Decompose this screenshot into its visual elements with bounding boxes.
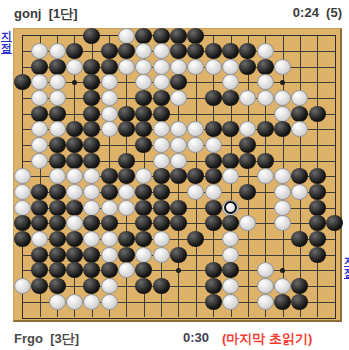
stone-white[interactable] bbox=[135, 59, 152, 75]
top-byoyomi-periods: (5) bbox=[326, 5, 342, 20]
stone-black[interactable] bbox=[291, 294, 308, 310]
stone-black[interactable] bbox=[170, 43, 187, 59]
stone-white[interactable] bbox=[257, 294, 274, 310]
stone-black[interactable] bbox=[205, 168, 222, 184]
stone-black[interactable] bbox=[31, 200, 48, 216]
stone-white[interactable] bbox=[257, 168, 274, 184]
stone-black[interactable] bbox=[49, 137, 66, 153]
stone-white[interactable] bbox=[257, 90, 274, 106]
stone-black[interactable] bbox=[83, 153, 100, 169]
stone-white[interactable] bbox=[153, 137, 170, 153]
stone-white[interactable] bbox=[274, 200, 291, 216]
stone-black[interactable] bbox=[309, 184, 326, 200]
stone-black[interactable] bbox=[31, 106, 48, 122]
stone-white[interactable] bbox=[101, 90, 118, 106]
stone-black[interactable] bbox=[118, 231, 135, 247]
stone-black[interactable] bbox=[49, 184, 66, 200]
stone-black[interactable] bbox=[49, 262, 66, 278]
top-player-name-rank: gonj [1단] bbox=[14, 5, 78, 23]
stone-white[interactable] bbox=[31, 153, 48, 169]
stone-white[interactable] bbox=[101, 74, 118, 90]
stone-black[interactable] bbox=[101, 168, 118, 184]
stone-black[interactable] bbox=[101, 262, 118, 278]
stone-white[interactable] bbox=[49, 74, 66, 90]
stone-black[interactable] bbox=[205, 278, 222, 294]
stone-black[interactable] bbox=[49, 153, 66, 169]
bottom-player-bar: Frgo [3단] 0:30 (마지막 초읽기) bbox=[0, 322, 349, 350]
stone-black[interactable] bbox=[118, 153, 135, 169]
stone-black[interactable] bbox=[49, 231, 66, 247]
byoyomi-warning: (마지막 초읽기) bbox=[222, 330, 312, 348]
stone-white[interactable] bbox=[205, 184, 222, 200]
stone-black[interactable] bbox=[153, 200, 170, 216]
stone-black[interactable] bbox=[49, 106, 66, 122]
stone-black[interactable] bbox=[66, 137, 83, 153]
stone-black[interactable] bbox=[205, 200, 222, 216]
stone-white[interactable] bbox=[14, 184, 31, 200]
stone-white[interactable] bbox=[49, 121, 66, 137]
stone-black[interactable] bbox=[83, 278, 100, 294]
stone-white[interactable] bbox=[257, 262, 274, 278]
stone-black[interactable] bbox=[83, 247, 100, 263]
stone-white[interactable] bbox=[222, 294, 239, 310]
stone-black[interactable] bbox=[153, 28, 170, 44]
stone-black[interactable] bbox=[309, 247, 326, 263]
stone-black[interactable] bbox=[153, 90, 170, 106]
stone-black[interactable] bbox=[118, 247, 135, 263]
stone-black[interactable] bbox=[257, 121, 274, 137]
stone-white[interactable] bbox=[222, 231, 239, 247]
stone-black[interactable] bbox=[66, 153, 83, 169]
stone-white[interactable] bbox=[222, 59, 239, 75]
stone-black[interactable] bbox=[66, 247, 83, 263]
stone-white[interactable] bbox=[83, 231, 100, 247]
stone-black[interactable] bbox=[135, 106, 152, 122]
stone-white[interactable] bbox=[118, 184, 135, 200]
stone-white[interactable] bbox=[205, 59, 222, 75]
star-point bbox=[280, 80, 285, 85]
stone-black[interactable] bbox=[49, 247, 66, 263]
stone-white[interactable] bbox=[101, 106, 118, 122]
stone-black[interactable] bbox=[153, 168, 170, 184]
stone-white[interactable] bbox=[118, 28, 135, 44]
stone-black[interactable] bbox=[83, 59, 100, 75]
stone-black[interactable] bbox=[49, 200, 66, 216]
stone-black[interactable] bbox=[14, 231, 31, 247]
stone-white[interactable] bbox=[66, 294, 83, 310]
stone-black[interactable] bbox=[205, 215, 222, 231]
stone-black[interactable] bbox=[239, 153, 256, 169]
stone-white[interactable] bbox=[257, 278, 274, 294]
stone-black[interactable] bbox=[309, 215, 326, 231]
stone-black[interactable] bbox=[205, 153, 222, 169]
stone-black[interactable] bbox=[153, 184, 170, 200]
stone-white[interactable] bbox=[274, 184, 291, 200]
stone-white[interactable] bbox=[14, 278, 31, 294]
stone-black[interactable] bbox=[118, 106, 135, 122]
stone-black[interactable] bbox=[153, 278, 170, 294]
stone-white[interactable] bbox=[222, 247, 239, 263]
stone-white[interactable] bbox=[170, 59, 187, 75]
stone-white[interactable] bbox=[153, 43, 170, 59]
stone-black[interactable] bbox=[83, 28, 100, 44]
grid-line-vertical bbox=[248, 36, 249, 318]
stone-white[interactable] bbox=[66, 59, 83, 75]
stone-white[interactable] bbox=[205, 137, 222, 153]
stone-black[interactable] bbox=[205, 121, 222, 137]
stone-black[interactable] bbox=[101, 43, 118, 59]
stone-black[interactable] bbox=[274, 294, 291, 310]
stone-black[interactable] bbox=[83, 106, 100, 122]
stone-black[interactable] bbox=[14, 215, 31, 231]
stone-black[interactable] bbox=[187, 28, 204, 44]
stone-white[interactable] bbox=[153, 74, 170, 90]
stone-black[interactable] bbox=[170, 200, 187, 216]
stone-black[interactable] bbox=[66, 231, 83, 247]
stone-white[interactable] bbox=[153, 247, 170, 263]
stone-white[interactable] bbox=[153, 121, 170, 137]
stone-black[interactable] bbox=[309, 200, 326, 216]
stone-black[interactable] bbox=[135, 278, 152, 294]
stone-white[interactable] bbox=[83, 294, 100, 310]
stone-black[interactable] bbox=[66, 43, 83, 59]
stone-white[interactable] bbox=[153, 153, 170, 169]
stone-black[interactable] bbox=[222, 90, 239, 106]
stone-white[interactable] bbox=[118, 59, 135, 75]
stone-black[interactable] bbox=[170, 247, 187, 263]
top-clock: 0:24 (5) bbox=[293, 5, 342, 20]
stone-black[interactable] bbox=[135, 200, 152, 216]
stone-black[interactable] bbox=[153, 106, 170, 122]
top-player-name: gonj bbox=[14, 6, 41, 21]
stone-white[interactable] bbox=[49, 43, 66, 59]
star-point bbox=[176, 268, 181, 273]
stone-white[interactable] bbox=[222, 278, 239, 294]
stone-black[interactable] bbox=[118, 43, 135, 59]
stone-white[interactable] bbox=[49, 168, 66, 184]
bottom-player-rank: [3단] bbox=[50, 331, 79, 346]
stone-white[interactable] bbox=[83, 200, 100, 216]
label-jijeom-bottom-right[interactable]: 지 점 bbox=[343, 255, 349, 279]
stone-white[interactable] bbox=[274, 59, 291, 75]
stone-white[interactable] bbox=[170, 153, 187, 169]
stone-white[interactable] bbox=[101, 247, 118, 263]
stone-white[interactable] bbox=[14, 200, 31, 216]
stone-black[interactable] bbox=[31, 59, 48, 75]
top-player-bar: gonj [1단] 0:24 (5) bbox=[0, 0, 349, 27]
stone-black[interactable] bbox=[101, 59, 118, 75]
stone-black[interactable] bbox=[101, 184, 118, 200]
stone-black[interactable] bbox=[49, 215, 66, 231]
go-board[interactable] bbox=[13, 28, 342, 322]
stone-white[interactable] bbox=[66, 184, 83, 200]
stone-white[interactable] bbox=[187, 59, 204, 75]
stone-black[interactable] bbox=[309, 231, 326, 247]
stone-white[interactable] bbox=[101, 278, 118, 294]
stone-white[interactable] bbox=[153, 59, 170, 75]
stone-white[interactable] bbox=[153, 231, 170, 247]
stone-black[interactable] bbox=[222, 153, 239, 169]
stone-black[interactable] bbox=[101, 215, 118, 231]
bottom-player-name: Frgo bbox=[14, 331, 43, 346]
stone-white[interactable] bbox=[170, 137, 187, 153]
stone-black[interactable] bbox=[135, 28, 152, 44]
stone-black[interactable] bbox=[326, 215, 343, 231]
stone-black[interactable] bbox=[205, 43, 222, 59]
stone-white[interactable] bbox=[118, 200, 135, 216]
stone-black[interactable] bbox=[257, 59, 274, 75]
stone-black[interactable] bbox=[205, 262, 222, 278]
stone-white[interactable] bbox=[31, 231, 48, 247]
stone-black[interactable] bbox=[31, 278, 48, 294]
top-clock-time: 0:24 bbox=[293, 5, 319, 20]
stone-black[interactable] bbox=[31, 247, 48, 263]
bottom-player-name-rank: Frgo [3단] bbox=[14, 330, 79, 348]
star-point bbox=[280, 268, 285, 273]
stone-black[interactable] bbox=[170, 28, 187, 44]
stone-white[interactable] bbox=[101, 200, 118, 216]
star-point bbox=[72, 80, 77, 85]
stone-white[interactable] bbox=[101, 121, 118, 137]
stone-white[interactable] bbox=[49, 90, 66, 106]
stone-white[interactable] bbox=[274, 278, 291, 294]
stone-white[interactable] bbox=[49, 294, 66, 310]
stone-white[interactable] bbox=[257, 43, 274, 59]
stone-black[interactable] bbox=[153, 215, 170, 231]
stone-white[interactable] bbox=[101, 231, 118, 247]
stone-black[interactable] bbox=[66, 262, 83, 278]
stone-black[interactable] bbox=[309, 106, 326, 122]
stone-white[interactable] bbox=[274, 106, 291, 122]
stone-black[interactable] bbox=[66, 200, 83, 216]
stone-black[interactable] bbox=[49, 59, 66, 75]
bottom-clock: 0:30 bbox=[183, 330, 209, 345]
top-player-rank: [1단] bbox=[49, 6, 78, 21]
label-jijeom-top-left[interactable]: 지 점 bbox=[0, 30, 13, 54]
stone-white[interactable] bbox=[135, 247, 152, 263]
stone-white[interactable] bbox=[101, 294, 118, 310]
stone-black[interactable] bbox=[205, 294, 222, 310]
stone-black[interactable] bbox=[205, 90, 222, 106]
stone-white[interactable] bbox=[170, 90, 187, 106]
stone-black[interactable] bbox=[309, 168, 326, 184]
stone-black[interactable] bbox=[49, 278, 66, 294]
stone-black[interactable] bbox=[257, 153, 274, 169]
